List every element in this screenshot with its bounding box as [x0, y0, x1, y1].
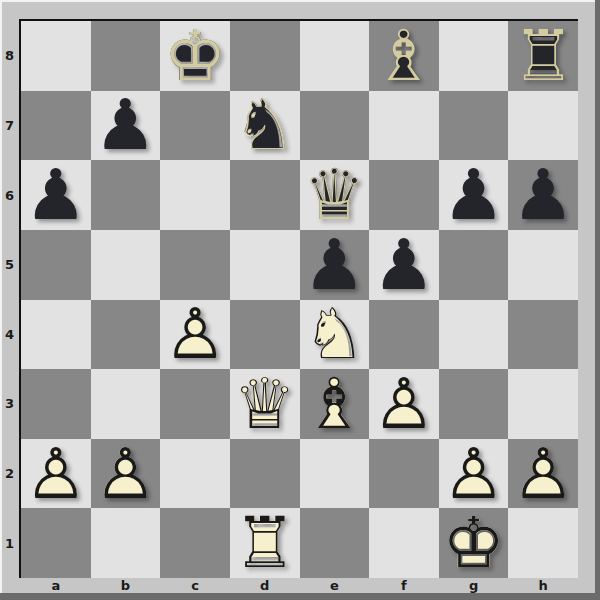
square-a6[interactable]: ♟	[21, 160, 91, 230]
black-knight-d7[interactable]: ♞♘	[232, 92, 298, 158]
piece-outline-glyph: ♘	[301, 301, 367, 367]
square-f5[interactable]: ♟	[369, 230, 439, 300]
square-d7[interactable]: ♞♘	[230, 91, 300, 161]
square-b2[interactable]: ♟♙	[91, 439, 161, 509]
rank-labels: 8 7 6 5 4 3 2 1	[0, 21, 19, 578]
square-h1[interactable]	[508, 508, 578, 578]
piece-outline-glyph: ♔	[162, 23, 228, 89]
square-d5[interactable]	[230, 230, 300, 300]
file-labels: a b c d e f g h	[21, 578, 578, 593]
frame-highlight-top	[0, 0, 600, 2]
black-bishop-f8[interactable]: ♝♗	[371, 23, 437, 89]
square-d8[interactable]	[230, 21, 300, 91]
piece-outline-glyph: ♙	[92, 441, 158, 507]
white-pawn-a2[interactable]: ♟♙	[23, 441, 89, 507]
piece-fill-glyph: ♟	[301, 232, 367, 298]
square-d1[interactable]: ♜♖	[230, 508, 300, 578]
square-b3[interactable]	[91, 369, 161, 439]
square-a7[interactable]	[21, 91, 91, 161]
piece-fill-glyph: ♟	[23, 162, 89, 228]
black-king-c8[interactable]: ♚♔	[162, 23, 228, 89]
square-b5[interactable]	[91, 230, 161, 300]
piece-outline-glyph: ♙	[23, 441, 89, 507]
rank-label-4: 4	[0, 300, 19, 370]
black-pawn-a6[interactable]: ♟	[23, 162, 89, 228]
square-e5[interactable]: ♟	[300, 230, 370, 300]
file-label-c: c	[160, 578, 230, 593]
frame-shadow-bottom	[0, 593, 600, 600]
square-g1[interactable]: ♚♔	[439, 508, 509, 578]
piece-outline-glyph: ♙	[371, 371, 437, 437]
white-pawn-b2[interactable]: ♟♙	[92, 441, 158, 507]
file-label-h: h	[508, 578, 578, 593]
rank-label-2: 2	[0, 439, 19, 509]
square-d6[interactable]	[230, 160, 300, 230]
square-e3[interactable]: ♝♗	[300, 369, 370, 439]
white-bishop-e3[interactable]: ♝♗	[301, 371, 367, 437]
square-c2[interactable]	[160, 439, 230, 509]
square-h8[interactable]: ♜♖	[508, 21, 578, 91]
square-b8[interactable]	[91, 21, 161, 91]
piece-outline-glyph: ♕	[232, 371, 298, 437]
file-label-g: g	[439, 578, 509, 593]
file-label-e: e	[300, 578, 370, 593]
square-e2[interactable]	[300, 439, 370, 509]
rank-label-1: 1	[0, 508, 19, 578]
white-knight-e4[interactable]: ♞♘	[301, 301, 367, 367]
black-pawn-b7[interactable]: ♟	[92, 92, 158, 158]
square-e7[interactable]	[300, 91, 370, 161]
rank-label-5: 5	[0, 230, 19, 300]
square-d2[interactable]	[230, 439, 300, 509]
black-pawn-f5[interactable]: ♟	[371, 232, 437, 298]
square-a3[interactable]	[21, 369, 91, 439]
chess-board[interactable]: ♚♔♝♗♜♖♟♞♘♟♛♕♟♟♟♟♟♙♞♘♛♕♝♗♟♙♟♙♟♙♟♙♟♙♜♖♚♔	[19, 19, 578, 578]
piece-outline-glyph: ♕	[301, 162, 367, 228]
square-h5[interactable]	[508, 230, 578, 300]
piece-fill-glyph: ♟	[510, 162, 576, 228]
square-f8[interactable]: ♝♗	[369, 21, 439, 91]
square-e4[interactable]: ♞♘	[300, 300, 370, 370]
square-f1[interactable]	[369, 508, 439, 578]
square-h4[interactable]	[508, 300, 578, 370]
white-queen-d3[interactable]: ♛♕	[232, 371, 298, 437]
square-e8[interactable]	[300, 21, 370, 91]
square-g2[interactable]: ♟♙	[439, 439, 509, 509]
white-pawn-f3[interactable]: ♟♙	[371, 371, 437, 437]
square-a5[interactable]	[21, 230, 91, 300]
square-g4[interactable]	[439, 300, 509, 370]
file-label-a: a	[21, 578, 91, 593]
square-g7[interactable]	[439, 91, 509, 161]
piece-fill-glyph: ♟	[371, 232, 437, 298]
square-d3[interactable]: ♛♕	[230, 369, 300, 439]
rank-label-7: 7	[0, 91, 19, 161]
black-pawn-h6[interactable]: ♟	[510, 162, 576, 228]
piece-outline-glyph: ♙	[162, 301, 228, 367]
white-rook-d1[interactable]: ♜♖	[232, 510, 298, 576]
piece-fill-glyph: ♟	[441, 162, 507, 228]
square-h2[interactable]: ♟♙	[508, 439, 578, 509]
square-a2[interactable]: ♟♙	[21, 439, 91, 509]
square-c4[interactable]: ♟♙	[160, 300, 230, 370]
file-label-f: f	[369, 578, 439, 593]
square-c3[interactable]	[160, 369, 230, 439]
rank-label-3: 3	[0, 369, 19, 439]
square-a8[interactable]	[21, 21, 91, 91]
white-pawn-h2[interactable]: ♟♙	[510, 441, 576, 507]
square-a4[interactable]	[21, 300, 91, 370]
square-b6[interactable]	[91, 160, 161, 230]
piece-outline-glyph: ♗	[371, 23, 437, 89]
square-f4[interactable]	[369, 300, 439, 370]
black-pawn-g6[interactable]: ♟	[441, 162, 507, 228]
square-b7[interactable]: ♟	[91, 91, 161, 161]
square-h6[interactable]: ♟	[508, 160, 578, 230]
piece-outline-glyph: ♗	[301, 371, 367, 437]
square-b4[interactable]	[91, 300, 161, 370]
file-label-d: d	[230, 578, 300, 593]
piece-outline-glyph: ♙	[510, 441, 576, 507]
white-pawn-c4[interactable]: ♟♙	[162, 301, 228, 367]
square-g8[interactable]	[439, 21, 509, 91]
square-h3[interactable]	[508, 369, 578, 439]
square-e1[interactable]	[300, 508, 370, 578]
piece-outline-glyph: ♔	[441, 510, 507, 576]
square-d4[interactable]	[230, 300, 300, 370]
square-c7[interactable]	[160, 91, 230, 161]
piece-outline-glyph: ♘	[232, 92, 298, 158]
square-h7[interactable]	[508, 91, 578, 161]
black-queen-e6[interactable]: ♛♕	[301, 162, 367, 228]
rank-label-8: 8	[0, 21, 19, 91]
piece-outline-glyph: ♖	[510, 23, 576, 89]
file-label-b: b	[91, 578, 161, 593]
square-g3[interactable]	[439, 369, 509, 439]
white-king-g1[interactable]: ♚♔	[441, 510, 507, 576]
square-a1[interactable]	[21, 508, 91, 578]
square-c6[interactable]	[160, 160, 230, 230]
chessboard-frame: 8 7 6 5 4 3 2 1 ♚♔♝♗♜♖♟♞♘♟♛♕♟♟♟♟♟♙♞♘♛♕♝♗…	[0, 0, 600, 600]
black-pawn-e5[interactable]: ♟	[301, 232, 367, 298]
piece-fill-glyph: ♟	[92, 92, 158, 158]
square-f6[interactable]	[369, 160, 439, 230]
rank-label-6: 6	[0, 160, 19, 230]
square-g6[interactable]: ♟	[439, 160, 509, 230]
square-g5[interactable]	[439, 230, 509, 300]
white-pawn-g2[interactable]: ♟♙	[441, 441, 507, 507]
square-f7[interactable]	[369, 91, 439, 161]
square-e6[interactable]: ♛♕	[300, 160, 370, 230]
square-f2[interactable]	[369, 439, 439, 509]
square-b1[interactable]	[91, 508, 161, 578]
black-rook-h8[interactable]: ♜♖	[510, 23, 576, 89]
frame-shadow-right	[595, 0, 600, 600]
piece-outline-glyph: ♙	[441, 441, 507, 507]
square-c5[interactable]	[160, 230, 230, 300]
square-c8[interactable]: ♚♔	[160, 21, 230, 91]
square-c1[interactable]	[160, 508, 230, 578]
piece-outline-glyph: ♖	[232, 510, 298, 576]
square-f3[interactable]: ♟♙	[369, 369, 439, 439]
